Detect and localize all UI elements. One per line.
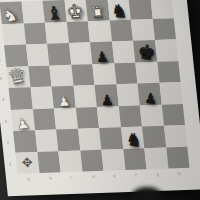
piece-black-pawn-e4[interactable]: ♟ [100,92,114,106]
square-e3[interactable] [97,106,121,128]
piece-black-bishop-c8[interactable]: ♝ [45,3,64,22]
brand-text: CHESS [0,39,1,63]
square-c3[interactable] [54,107,78,129]
square-h5[interactable] [157,61,181,83]
square-f3[interactable] [118,105,142,127]
square-f5[interactable] [114,62,138,84]
square-h1[interactable] [166,146,190,168]
square-c6[interactable] [47,43,71,65]
rank-label-2: 2 [6,141,9,145]
square-g8[interactable] [128,0,152,19]
piece-black-pawn-g4[interactable]: ♟ [144,90,157,105]
square-g4[interactable]: ♟ [138,83,162,105]
table-object [132,187,162,200]
square-b4[interactable] [30,87,54,109]
square-b6[interactable] [26,44,50,66]
file-label-h: h [178,172,181,176]
square-h6[interactable] [154,39,178,61]
file-label-a: a [27,177,30,181]
file-label-e: e [113,174,116,178]
piece-black-knight-f8[interactable]: ♞ [111,2,128,20]
square-g7[interactable] [131,19,155,41]
piece-black-pawn-e6[interactable]: ♟ [95,49,109,63]
square-b7[interactable] [23,22,47,44]
rank-label-3: 3 [4,119,7,123]
square-h3[interactable] [161,103,185,125]
piece-white-rook-e8[interactable]: ♜ [89,4,106,21]
square-f6[interactable] [112,41,136,63]
square-d1[interactable] [80,149,104,171]
square-e1[interactable] [101,149,125,171]
square-a6[interactable] [4,44,28,66]
square-b8[interactable] [21,1,45,23]
square-a4[interactable] [9,87,33,109]
chessboard[interactable]: ♞♝♚♜♞♟♚♛♟♟♟♟♞✥ CHESS abcdefgh87654321 [0,0,200,196]
piece-black-knight-f2[interactable]: ♞ [125,129,143,149]
rank-label-1: 1 [9,162,12,166]
square-f7[interactable] [109,19,133,41]
square-e6[interactable]: ♟ [90,41,114,63]
piece-black-king-g6[interactable]: ♚ [137,41,156,63]
square-f2[interactable]: ♞ [121,126,145,148]
file-label-b: b [49,176,52,180]
rank-label-5: 5 [0,76,3,80]
square-d6[interactable] [69,42,93,64]
piece-white-queen-a5[interactable]: ♛ [5,65,28,89]
square-g2[interactable] [142,126,166,148]
square-h2[interactable] [163,125,187,147]
square-b5[interactable] [28,65,52,87]
square-a2[interactable] [13,130,37,152]
square-e7[interactable] [88,20,112,42]
square-a8[interactable]: ♞ [0,2,23,24]
square-e4[interactable]: ♟ [95,84,119,106]
square-f4[interactable] [116,84,140,106]
square-f1[interactable] [123,148,147,170]
file-label-f: f [135,173,137,177]
square-d3[interactable] [75,107,99,129]
rank-label-4: 4 [2,98,5,102]
board-grid: ♞♝♚♜♞♟♚♛♟♟♟♟♞✥ [0,0,189,174]
square-f8[interactable]: ♞ [107,0,131,20]
square-a5[interactable]: ♛ [6,66,30,88]
square-g5[interactable] [135,61,159,83]
square-h7[interactable] [152,18,176,40]
piece-white-knight-a8[interactable]: ♞ [0,4,21,26]
compass-rose-icon: ✥ [21,155,33,170]
square-c8[interactable]: ♝ [43,0,67,22]
square-d2[interactable] [78,128,102,150]
square-b2[interactable] [35,129,59,151]
square-e2[interactable] [99,127,123,149]
square-c4[interactable]: ♟ [52,86,76,108]
square-c1[interactable] [58,150,82,172]
square-g3[interactable] [140,104,164,126]
file-label-g: g [156,172,159,176]
square-b1[interactable] [37,151,61,173]
square-e8[interactable]: ♜ [86,0,110,21]
square-c5[interactable] [49,64,73,86]
square-h4[interactable] [159,82,183,104]
square-e5[interactable] [92,63,116,85]
square-b3[interactable] [32,108,56,130]
piece-white-pawn-c4[interactable]: ♟ [56,93,70,108]
square-a1[interactable]: ✥ [15,152,39,174]
square-g1[interactable] [144,147,168,169]
piece-white-pawn-a3[interactable]: ♟ [15,116,30,132]
square-g6[interactable]: ♚ [133,40,157,62]
square-d8[interactable]: ♚ [64,0,88,22]
square-c7[interactable] [45,22,69,44]
file-label-d: d [92,175,95,179]
file-label-c: c [70,175,73,179]
photo-scene: ♞♝♚♜♞♟♚♛♟♟♟♟♞✥ CHESS abcdefgh87654321 [0,0,200,200]
square-c2[interactable] [56,129,80,151]
square-d4[interactable] [73,85,97,107]
square-a3[interactable]: ♟ [11,109,35,131]
square-d5[interactable] [71,64,95,86]
square-h8[interactable] [150,0,174,19]
piece-white-king-d8[interactable]: ♚ [65,0,86,22]
